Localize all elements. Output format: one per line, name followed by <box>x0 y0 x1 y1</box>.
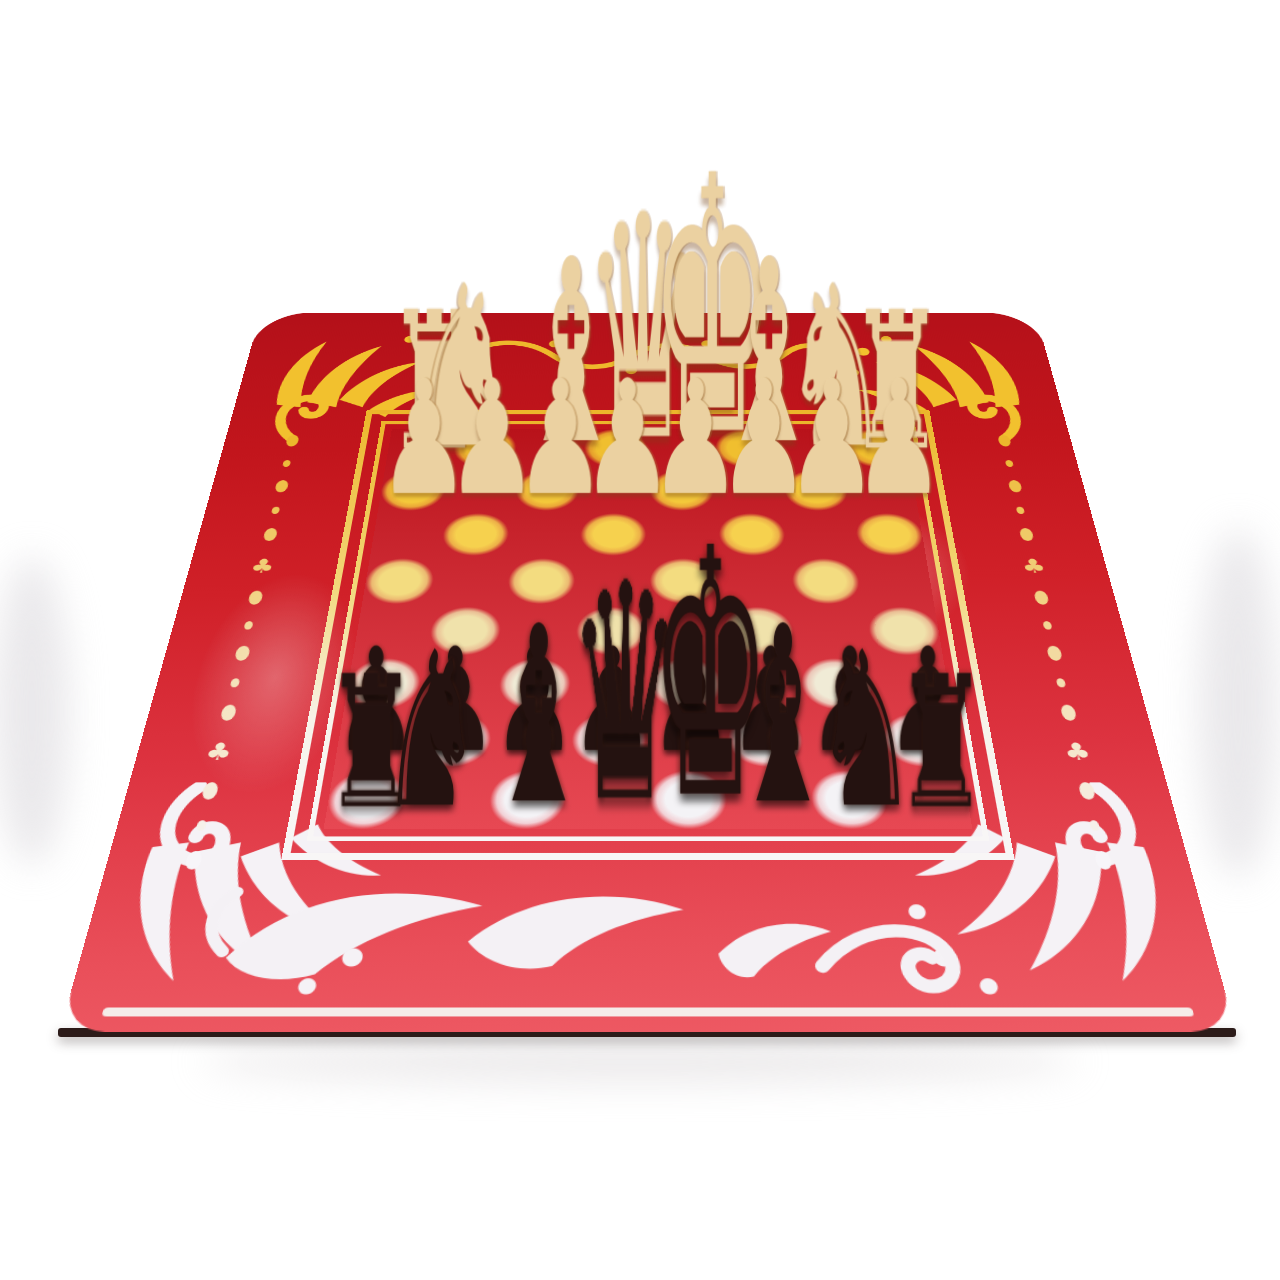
square[interactable]: ♞ <box>405 771 487 829</box>
square[interactable]: ♟ <box>582 470 646 510</box>
ornament-dot <box>1077 782 1096 799</box>
ornament-dot <box>1042 621 1052 629</box>
ornament-dot <box>230 678 241 687</box>
club-marker-icon: ♣ <box>1061 739 1093 763</box>
square[interactable] <box>370 513 442 556</box>
side-dotted-line-right: ♣♣ <box>990 435 1121 870</box>
ornament-dot <box>262 528 278 541</box>
background-shadow <box>0 556 70 866</box>
square[interactable]: ♟ <box>782 470 850 510</box>
ornament-dot <box>1033 591 1049 605</box>
ornament-dot <box>274 480 289 492</box>
photo-scene: ♣♣ ♣♣ ♜♞♝♛♚♝♞♜♟♟♟♟♟♟♟♟♟♟♟♟♟♟♟♟♜♞♝♛♚♝♞♜ <box>0 0 1280 1280</box>
ornament-dot <box>1059 705 1077 721</box>
dark-rook[interactable]: ♜ <box>895 653 972 836</box>
light-pawn[interactable]: ♟ <box>514 359 578 517</box>
ornament-dot <box>997 435 1011 446</box>
square[interactable] <box>860 559 934 604</box>
ornament-dot <box>1056 678 1067 687</box>
bottom-scroll-ornament <box>169 864 1060 1004</box>
light-pawn[interactable]: ♟ <box>378 359 442 517</box>
dark-king[interactable]: ♚ <box>650 504 727 846</box>
bottom-border-line <box>101 1007 1194 1016</box>
square[interactable]: ♛ <box>569 771 646 829</box>
square[interactable]: ♜ <box>888 771 973 829</box>
dark-bishop[interactable]: ♝ <box>487 595 564 839</box>
light-pawn[interactable]: ♟ <box>786 359 850 517</box>
ornament-dot <box>285 435 299 446</box>
square[interactable]: ♟ <box>446 470 514 510</box>
dark-bishop[interactable]: ♝ <box>732 595 809 839</box>
dark-knight[interactable]: ♞ <box>406 623 483 837</box>
ornament-dot <box>200 782 219 799</box>
ornament-dot <box>1007 480 1022 492</box>
ornament-dot <box>233 646 250 661</box>
light-pawn[interactable]: ♟ <box>446 359 510 517</box>
square[interactable] <box>854 513 926 556</box>
square[interactable]: ♟ <box>514 470 580 510</box>
checker-frame: ♜♞♝♛♚♝♞♜♟♟♟♟♟♟♟♟♟♟♟♟♟♟♟♟♜♞♝♛♚♝♞♜ <box>281 410 1014 860</box>
square[interactable]: ♚ <box>650 771 727 829</box>
background-shadow <box>200 1042 1080 1082</box>
square[interactable]: ♝ <box>487 771 567 829</box>
light-pawn[interactable]: ♟ <box>582 359 646 517</box>
square[interactable]: ♞ <box>809 771 891 829</box>
square[interactable] <box>440 513 510 556</box>
square[interactable] <box>362 559 436 604</box>
ornament-dot <box>247 591 263 605</box>
square[interactable]: ♝ <box>729 771 809 829</box>
square[interactable]: ♟ <box>849 470 918 510</box>
side-dotted-line-left: ♣♣ <box>175 435 306 870</box>
checkerboard: ♜♞♝♛♚♝♞♜♟♟♟♟♟♟♟♟♟♟♟♟♟♟♟♟♜♞♝♛♚♝♞♜ <box>324 429 973 829</box>
ornament-dot <box>1093 851 1112 870</box>
ornament-dot <box>282 460 291 467</box>
ornament-dot <box>1018 528 1034 541</box>
dark-queen[interactable]: ♛ <box>569 544 646 843</box>
ornament-dot <box>1089 820 1101 830</box>
club-marker-icon: ♣ <box>1019 556 1047 575</box>
ornament-dot <box>271 506 280 513</box>
chess-board: ♣♣ ♣♣ ♜♞♝♛♚♝♞♜♟♟♟♟♟♟♟♟♟♟♟♟♟♟♟♟♜♞♝♛♚♝♞♜ <box>60 313 1237 1032</box>
background-shadow <box>1198 528 1278 878</box>
ornament-dot <box>196 820 208 830</box>
ornament-dot <box>183 851 202 870</box>
checker-frame-inner: ♜♞♝♛♚♝♞♜♟♟♟♟♟♟♟♟♟♟♟♟♟♟♟♟♜♞♝♛♚♝♞♜ <box>307 421 990 841</box>
ornament-dot <box>1005 460 1014 467</box>
square[interactable] <box>786 513 856 556</box>
club-marker-icon: ♣ <box>203 739 235 763</box>
ornament-dot <box>219 705 237 721</box>
ornament-dot <box>244 621 254 629</box>
ornament-dot <box>1016 506 1025 513</box>
ornament-dot <box>1046 646 1063 661</box>
club-marker-icon: ♣ <box>248 556 276 575</box>
light-pawn[interactable]: ♟ <box>853 359 917 517</box>
square[interactable]: ♟ <box>378 470 447 510</box>
dark-knight[interactable]: ♞ <box>813 623 890 837</box>
